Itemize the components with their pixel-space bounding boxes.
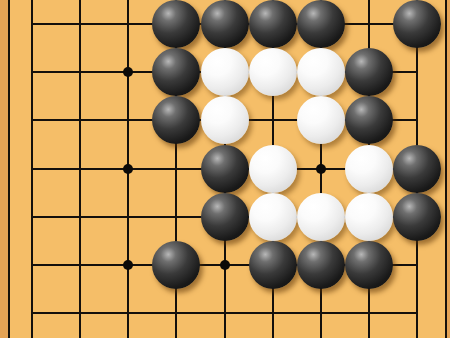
black-stone[interactable]: [345, 96, 393, 144]
star-point: [123, 67, 133, 77]
grid-line-horizontal: [31, 312, 418, 314]
black-stone[interactable]: [201, 0, 249, 48]
black-stone[interactable]: [152, 48, 200, 96]
black-stone[interactable]: [345, 241, 393, 289]
black-stone[interactable]: [249, 0, 297, 48]
black-stone[interactable]: [393, 193, 441, 241]
white-stone[interactable]: [249, 145, 297, 193]
white-stone[interactable]: [201, 48, 249, 96]
go-board[interactable]: [0, 0, 450, 338]
black-stone[interactable]: [297, 241, 345, 289]
white-stone[interactable]: [297, 193, 345, 241]
white-stone[interactable]: [249, 48, 297, 96]
white-stone[interactable]: [345, 145, 393, 193]
black-stone[interactable]: [297, 0, 345, 48]
white-stone[interactable]: [201, 96, 249, 144]
star-point: [220, 260, 230, 270]
board-edge-strip-right: [447, 0, 450, 338]
black-stone[interactable]: [152, 0, 200, 48]
board-edge-strip-left: [0, 0, 8, 338]
star-point: [316, 164, 326, 174]
black-stone[interactable]: [201, 193, 249, 241]
star-point: [123, 164, 133, 174]
black-stone[interactable]: [393, 145, 441, 193]
white-stone[interactable]: [249, 193, 297, 241]
white-stone[interactable]: [297, 48, 345, 96]
black-stone[interactable]: [393, 0, 441, 48]
board-edge-line-left: [8, 0, 10, 338]
black-stone[interactable]: [345, 48, 393, 96]
black-stone[interactable]: [249, 241, 297, 289]
black-stone[interactable]: [201, 145, 249, 193]
white-stone[interactable]: [345, 193, 393, 241]
star-point: [123, 260, 133, 270]
white-stone[interactable]: [297, 96, 345, 144]
black-stone[interactable]: [152, 241, 200, 289]
black-stone[interactable]: [152, 96, 200, 144]
